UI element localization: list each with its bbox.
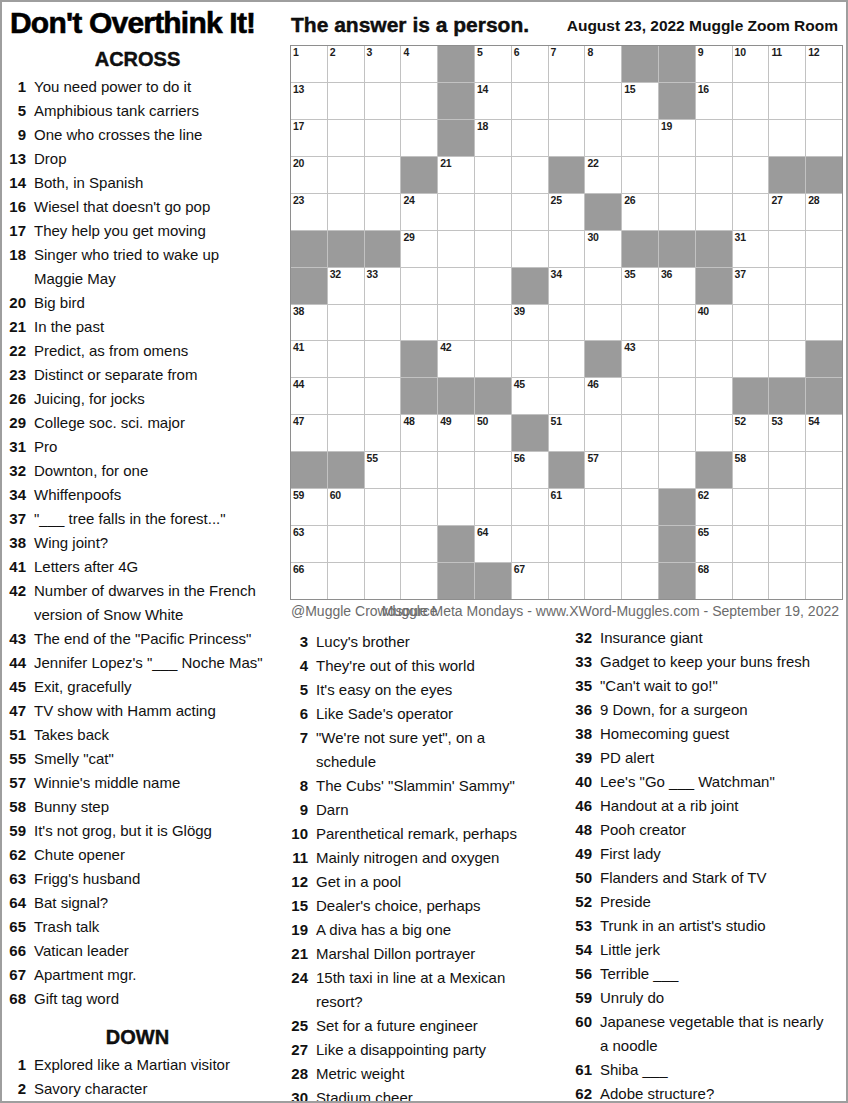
grid-cell-r8c6[interactable] xyxy=(475,305,511,341)
grid-cell-r7c11[interactable]: 36 xyxy=(659,268,695,304)
grid-cell-r14c7[interactable] xyxy=(512,526,548,562)
clue-down-12[interactable]: 12Get in a pool xyxy=(290,870,541,894)
clue-down-25[interactable]: 25Set for a future engineer xyxy=(290,1014,541,1038)
grid-cell-r11c3[interactable] xyxy=(365,415,401,451)
grid-cell-r1c4[interactable]: 4 xyxy=(401,46,437,82)
grid-cell-r8c5[interactable] xyxy=(438,305,474,341)
grid-cell-r5c6[interactable] xyxy=(475,194,511,230)
grid-cell-r4c11[interactable] xyxy=(659,157,695,193)
grid-cell-r13c12[interactable]: 62 xyxy=(696,489,732,525)
grid-cell-r4c2[interactable] xyxy=(328,157,364,193)
grid-cell-r5c10[interactable]: 26 xyxy=(622,194,658,230)
block-cell-r6c2 xyxy=(328,231,364,267)
clue-text: Bat signal? xyxy=(34,891,267,915)
grid-cell-r2c6[interactable]: 14 xyxy=(475,83,511,119)
clue-down-9[interactable]: 9Darn xyxy=(290,798,541,822)
grid-cell-r12c4[interactable] xyxy=(401,452,437,488)
grid-cell-r15c14[interactable] xyxy=(769,563,805,599)
clue-down-7[interactable]: 7"We're not sure yet", on a schedule xyxy=(290,726,541,774)
grid-cell-r5c11[interactable] xyxy=(659,194,695,230)
grid-cell-r1c15[interactable]: 12 xyxy=(806,46,842,82)
grid-cell-r10c9[interactable]: 46 xyxy=(585,378,621,414)
grid-cell-r6c8[interactable] xyxy=(549,231,585,267)
grid-cell-r14c13[interactable] xyxy=(733,526,769,562)
clue-across-43[interactable]: 43The end of the "Pacific Princess" xyxy=(8,627,267,651)
grid-cell-r11c13[interactable]: 52 xyxy=(733,415,769,451)
clue-down-56[interactable]: 56Terrible ___ xyxy=(574,962,828,986)
clue-across-23[interactable]: 23Distinct or separate from xyxy=(8,363,267,387)
clue-down-59[interactable]: 59Unruly do xyxy=(574,986,828,1010)
clue-down-36[interactable]: 369 Down, for a surgeon xyxy=(574,698,828,722)
grid-cell-r7c10[interactable]: 35 xyxy=(622,268,658,304)
clue-across-31[interactable]: 31Pro xyxy=(8,435,267,459)
clue-text: Both, in Spanish xyxy=(34,171,267,195)
grid-cell-r7c14[interactable] xyxy=(769,268,805,304)
grid-cell-r13c9[interactable] xyxy=(585,489,621,525)
grid-cell-r13c7[interactable] xyxy=(512,489,548,525)
grid-cell-r14c14[interactable] xyxy=(769,526,805,562)
grid-cell-r2c8[interactable] xyxy=(549,83,585,119)
clue-across-5[interactable]: 5Amphibious tank carriers xyxy=(8,99,267,123)
cell-number-54: 54 xyxy=(808,416,819,428)
grid-cell-r11c8[interactable]: 51 xyxy=(549,415,585,451)
clue-across-64[interactable]: 64Bat signal? xyxy=(8,891,267,915)
grid-cell-r12c11[interactable] xyxy=(659,452,695,488)
clue-text: 9 Down, for a surgeon xyxy=(600,698,828,722)
grid-cell-r11c5[interactable]: 49 xyxy=(438,415,474,451)
clue-number: 30 xyxy=(290,1086,308,1103)
grid-cell-r8c1[interactable]: 38 xyxy=(291,305,327,341)
clue-number: 19 xyxy=(290,918,308,942)
grid-cell-r2c4[interactable] xyxy=(401,83,437,119)
grid-cell-r9c13[interactable] xyxy=(733,341,769,377)
cell-number-22: 22 xyxy=(587,158,598,170)
grid-cell-r9c7[interactable] xyxy=(512,341,548,377)
cell-number-23: 23 xyxy=(293,195,304,207)
grid-cell-r3c4[interactable] xyxy=(401,120,437,156)
grid-cell-r15c1[interactable]: 66 xyxy=(291,563,327,599)
grid-cell-r5c5[interactable] xyxy=(438,194,474,230)
grid-cell-r9c11[interactable] xyxy=(659,341,695,377)
grid-cell-r13c14[interactable] xyxy=(769,489,805,525)
clue-across-18[interactable]: 18Singer who tried to wake up Maggie May xyxy=(8,243,267,291)
grid-cell-r8c11[interactable] xyxy=(659,305,695,341)
grid-cell-r4c7[interactable] xyxy=(512,157,548,193)
clue-down-54[interactable]: 54Little jerk xyxy=(574,938,828,962)
grid-cell-r2c12[interactable]: 16 xyxy=(696,83,732,119)
grid-cell-r5c2[interactable] xyxy=(328,194,364,230)
clue-down-30[interactable]: 30Stadium cheer xyxy=(290,1086,541,1103)
clue-number: 40 xyxy=(574,770,592,794)
clue-down-5[interactable]: 5It's easy on the eyes xyxy=(290,678,541,702)
grid-cell-r9c10[interactable]: 43 xyxy=(622,341,658,377)
grid-cell-r7c6[interactable] xyxy=(475,268,511,304)
grid-cell-r3c15[interactable] xyxy=(806,120,842,156)
grid-cell-r4c3[interactable] xyxy=(365,157,401,193)
clue-down-32[interactable]: 32Insurance giant xyxy=(574,626,828,650)
grid-cell-r10c8[interactable] xyxy=(549,378,585,414)
grid-cell-r14c1[interactable]: 63 xyxy=(291,526,327,562)
grid-cell-r13c3[interactable] xyxy=(365,489,401,525)
clue-down-21[interactable]: 21Marshal Dillon portrayer xyxy=(290,942,541,966)
grid-cell-r8c4[interactable] xyxy=(401,305,437,341)
grid-cell-r15c9[interactable] xyxy=(585,563,621,599)
grid-cell-r4c9[interactable]: 22 xyxy=(585,157,621,193)
clue-number: 67 xyxy=(8,963,26,987)
grid-cell-r12c10[interactable] xyxy=(622,452,658,488)
grid-cell-r6c4[interactable]: 29 xyxy=(401,231,437,267)
grid-cell-r3c11[interactable]: 19 xyxy=(659,120,695,156)
clue-across-58[interactable]: 58Bunny step xyxy=(8,795,267,819)
grid-cell-r13c10[interactable] xyxy=(622,489,658,525)
clue-text: Explored like a Martian visitor xyxy=(34,1053,267,1077)
grid-cell-r9c5[interactable]: 42 xyxy=(438,341,474,377)
grid-cell-r13c4[interactable] xyxy=(401,489,437,525)
clue-across-22[interactable]: 22Predict, as from omens xyxy=(8,339,267,363)
clue-across-20[interactable]: 20Big bird xyxy=(8,291,267,315)
grid-cell-r13c13[interactable] xyxy=(733,489,769,525)
grid-cell-r8c8[interactable] xyxy=(549,305,585,341)
grid-cell-r10c12[interactable] xyxy=(696,378,732,414)
grid-cell-r9c14[interactable] xyxy=(769,341,805,377)
grid-cell-r9c12[interactable] xyxy=(696,341,732,377)
grid-cell-r13c15[interactable] xyxy=(806,489,842,525)
clue-text: Whiffenpoofs xyxy=(34,483,267,507)
grid-cell-r3c13[interactable] xyxy=(733,120,769,156)
grid-cell-r11c14[interactable]: 53 xyxy=(769,415,805,451)
grid-cell-r12c6[interactable] xyxy=(475,452,511,488)
clue-text: "___ tree falls in the forest..." xyxy=(34,507,267,531)
clue-across-16[interactable]: 16Wiesel that doesn't go pop xyxy=(8,195,267,219)
grid-cell-r2c13[interactable] xyxy=(733,83,769,119)
clue-across-62[interactable]: 62Chute opener xyxy=(8,843,267,867)
grid-cell-r1c14[interactable]: 11 xyxy=(769,46,805,82)
grid-cell-r2c7[interactable] xyxy=(512,83,548,119)
grid-cell-r10c7[interactable]: 45 xyxy=(512,378,548,414)
clue-number: 5 xyxy=(8,99,26,123)
clue-down-50[interactable]: 50Flanders and Stark of TV xyxy=(574,866,828,890)
grid-cell-r4c12[interactable] xyxy=(696,157,732,193)
clue-across-55[interactable]: 55Smelly "cat" xyxy=(8,747,267,771)
clue-down-62[interactable]: 62Adobe structure? xyxy=(574,1082,828,1103)
grid-cell-r5c1[interactable]: 23 xyxy=(291,194,327,230)
grid-cell-r15c15[interactable] xyxy=(806,563,842,599)
clue-text: Downton, for one xyxy=(34,459,267,483)
grid-cell-r8c10[interactable] xyxy=(622,305,658,341)
grid-cell-r13c1[interactable]: 59 xyxy=(291,489,327,525)
clue-down-49[interactable]: 49First lady xyxy=(574,842,828,866)
grid-cell-r14c3[interactable] xyxy=(365,526,401,562)
grid-cell-r11c6[interactable]: 50 xyxy=(475,415,511,451)
clue-across-1[interactable]: 1You need power to do it xyxy=(8,75,267,99)
clue-number: 22 xyxy=(8,339,26,363)
grid-cell-r7c15[interactable] xyxy=(806,268,842,304)
clue-across-34[interactable]: 34Whiffenpoofs xyxy=(8,483,267,507)
clue-down-61[interactable]: 61Shiba ___ xyxy=(574,1058,828,1082)
grid-cell-r1c2[interactable]: 2 xyxy=(328,46,364,82)
grid-cell-r9c8[interactable] xyxy=(549,341,585,377)
grid-cell-r2c9[interactable] xyxy=(585,83,621,119)
clue-down-1[interactable]: 1Explored like a Martian visitor xyxy=(8,1053,267,1077)
grid-cell-r12c14[interactable] xyxy=(769,452,805,488)
grid-cell-r1c8[interactable]: 7 xyxy=(549,46,585,82)
grid-cell-r14c4[interactable] xyxy=(401,526,437,562)
clue-down-19[interactable]: 19A diva has a big one xyxy=(290,918,541,942)
clue-down-53[interactable]: 53Trunk in an artist's studio xyxy=(574,914,828,938)
clue-text: Flanders and Stark of TV xyxy=(600,866,828,890)
grid-cell-r14c9[interactable] xyxy=(585,526,621,562)
grid-cell-r10c3[interactable] xyxy=(365,378,401,414)
clue-down-28[interactable]: 28Metric weight xyxy=(290,1062,541,1086)
grid-cell-r13c8[interactable]: 61 xyxy=(549,489,585,525)
grid-cell-r2c10[interactable]: 15 xyxy=(622,83,658,119)
grid-cell-r7c13[interactable]: 37 xyxy=(733,268,769,304)
grid-cell-r8c3[interactable] xyxy=(365,305,401,341)
grid-cell-r11c10[interactable] xyxy=(622,415,658,451)
grid-cell-r11c9[interactable] xyxy=(585,415,621,451)
grid-cell-r12c5[interactable] xyxy=(438,452,474,488)
clue-number: 32 xyxy=(8,459,26,483)
grid-cell-r11c4[interactable]: 48 xyxy=(401,415,437,451)
clue-across-13[interactable]: 13Drop xyxy=(8,147,267,171)
cell-number-10: 10 xyxy=(735,47,746,59)
grid-cell-r6c15[interactable] xyxy=(806,231,842,267)
grid-cell-r14c6[interactable]: 64 xyxy=(475,526,511,562)
block-cell-r12c12 xyxy=(696,452,732,488)
clue-text: The end of the "Pacific Princess" xyxy=(34,627,267,651)
clue-across-37[interactable]: 37"___ tree falls in the forest..." xyxy=(8,507,267,531)
grid-cell-r14c10[interactable] xyxy=(622,526,658,562)
clue-across-38[interactable]: 38Wing joint? xyxy=(8,531,267,555)
grid-cell-r10c2[interactable] xyxy=(328,378,364,414)
grid-cell-r14c8[interactable] xyxy=(549,526,585,562)
clue-down-60[interactable]: 60Japanese vegetable that is nearly a no… xyxy=(574,1010,828,1058)
grid-cell-r8c14[interactable] xyxy=(769,305,805,341)
clue-down-3[interactable]: 3Lucy's brother xyxy=(290,630,541,654)
clue-down-39[interactable]: 39PD alert xyxy=(574,746,828,770)
clue-down-38[interactable]: 38Homecoming guest xyxy=(574,722,828,746)
clue-across-67[interactable]: 67Apartment mgr. xyxy=(8,963,267,987)
grid-cell-r6c9[interactable]: 30 xyxy=(585,231,621,267)
grid-cell-r12c3[interactable]: 55 xyxy=(365,452,401,488)
grid-cell-r8c7[interactable]: 39 xyxy=(512,305,548,341)
clue-across-57[interactable]: 57Winnie's middle name xyxy=(8,771,267,795)
clue-across-51[interactable]: 51Takes back xyxy=(8,723,267,747)
cell-number-30: 30 xyxy=(587,232,598,244)
grid-cell-r1c12[interactable]: 9 xyxy=(696,46,732,82)
grid-cell-r7c4[interactable] xyxy=(401,268,437,304)
down-clue-list-right: 32Insurance giant33Gadget to keep your b… xyxy=(574,626,828,1103)
clue-across-26[interactable]: 26Juicing, for jocks xyxy=(8,387,267,411)
cell-number-43: 43 xyxy=(624,342,635,354)
grid-cell-r6c14[interactable] xyxy=(769,231,805,267)
clue-down-15[interactable]: 15Dealer's choice, perhaps xyxy=(290,894,541,918)
grid-cell-r10c11[interactable] xyxy=(659,378,695,414)
grid-cell-r15c7[interactable]: 67 xyxy=(512,563,548,599)
grid-cell-r10c10[interactable] xyxy=(622,378,658,414)
grid-cell-r1c1[interactable]: 1 xyxy=(291,46,327,82)
grid-cell-r3c8[interactable] xyxy=(549,120,585,156)
clue-down-48[interactable]: 48Pooh creator xyxy=(574,818,828,842)
grid-cell-r3c9[interactable] xyxy=(585,120,621,156)
cell-number-18: 18 xyxy=(477,121,488,133)
grid-cell-r5c3[interactable] xyxy=(365,194,401,230)
grid-cell-r1c9[interactable]: 8 xyxy=(585,46,621,82)
grid-cell-r13c2[interactable]: 60 xyxy=(328,489,364,525)
clue-across-9[interactable]: 9One who crosses the line xyxy=(8,123,267,147)
grid-cell-r3c7[interactable] xyxy=(512,120,548,156)
grid-cell-r3c14[interactable] xyxy=(769,120,805,156)
clue-across-42[interactable]: 42Number of dwarves in the French versio… xyxy=(8,579,267,627)
grid-cell-r15c3[interactable] xyxy=(365,563,401,599)
clue-across-45[interactable]: 45Exit, gracefully xyxy=(8,675,267,699)
grid-cell-r15c12[interactable]: 68 xyxy=(696,563,732,599)
clue-across-59[interactable]: 59It's not grog, but it is Glögg xyxy=(8,819,267,843)
grid-cell-r11c11[interactable] xyxy=(659,415,695,451)
grid-cell-r1c6[interactable]: 5 xyxy=(475,46,511,82)
grid-cell-r3c3[interactable] xyxy=(365,120,401,156)
clue-text: PD alert xyxy=(600,746,828,770)
grid-cell-r15c13[interactable] xyxy=(733,563,769,599)
grid-cell-r5c12[interactable] xyxy=(696,194,732,230)
grid-cell-r6c5[interactable] xyxy=(438,231,474,267)
grid-cell-r3c2[interactable] xyxy=(328,120,364,156)
grid-cell-r14c15[interactable] xyxy=(806,526,842,562)
grid-cell-r7c8[interactable]: 34 xyxy=(549,268,585,304)
clue-number: 14 xyxy=(8,171,26,195)
grid-cell-r12c7[interactable]: 56 xyxy=(512,452,548,488)
clue-down-4[interactable]: 4They're out of this world xyxy=(290,654,541,678)
grid-cell-r2c2[interactable] xyxy=(328,83,364,119)
grid-cell-r7c5[interactable] xyxy=(438,268,474,304)
grid-cell-r6c6[interactable] xyxy=(475,231,511,267)
grid-cell-r15c4[interactable] xyxy=(401,563,437,599)
clue-down-46[interactable]: 46Handout at a rib joint xyxy=(574,794,828,818)
clue-text: First lady xyxy=(600,842,828,866)
grid-cell-r4c1[interactable]: 20 xyxy=(291,157,327,193)
grid-cell-r2c14[interactable] xyxy=(769,83,805,119)
cell-number-46: 46 xyxy=(587,379,598,391)
clue-across-21[interactable]: 21In the past xyxy=(8,315,267,339)
clue-down-6[interactable]: 6Like Sade's operator xyxy=(290,702,541,726)
clue-text: Adobe structure? xyxy=(600,1082,828,1103)
grid-cell-r3c1[interactable]: 17 xyxy=(291,120,327,156)
clue-number: 35 xyxy=(574,674,592,698)
grid-cell-r14c12[interactable]: 65 xyxy=(696,526,732,562)
grid-cell-r4c5[interactable]: 21 xyxy=(438,157,474,193)
clue-down-10[interactable]: 10Parenthetical remark, perhaps xyxy=(290,822,541,846)
grid-cell-r4c13[interactable] xyxy=(733,157,769,193)
grid-cell-r8c2[interactable] xyxy=(328,305,364,341)
grid-cell-r5c15[interactable]: 28 xyxy=(806,194,842,230)
clue-down-11[interactable]: 11Mainly nitrogen and oxygen xyxy=(290,846,541,870)
clue-text: Number of dwarves in the French version … xyxy=(34,579,267,627)
grid-cell-r6c13[interactable]: 31 xyxy=(733,231,769,267)
grid-cell-r9c2[interactable] xyxy=(328,341,364,377)
clue-down-40[interactable]: 40Lee's "Go ___ Watchman" xyxy=(574,770,828,794)
grid-cell-r1c7[interactable]: 6 xyxy=(512,46,548,82)
grid-cell-r7c9[interactable] xyxy=(585,268,621,304)
grid-cell-r8c9[interactable] xyxy=(585,305,621,341)
grid-cell-r9c6[interactable] xyxy=(475,341,511,377)
grid-cell-r6c7[interactable] xyxy=(512,231,548,267)
grid-cell-r5c7[interactable] xyxy=(512,194,548,230)
grid-cell-r12c9[interactable]: 57 xyxy=(585,452,621,488)
grid-cell-r13c6[interactable] xyxy=(475,489,511,525)
grid-cell-r5c14[interactable]: 27 xyxy=(769,194,805,230)
grid-cell-r10c1[interactable]: 44 xyxy=(291,378,327,414)
grid-cell-r7c3[interactable]: 33 xyxy=(365,268,401,304)
clue-down-52[interactable]: 52Preside xyxy=(574,890,828,914)
grid-cell-r8c15[interactable] xyxy=(806,305,842,341)
clue-across-63[interactable]: 63Frigg's husband xyxy=(8,867,267,891)
clue-down-35[interactable]: 35"Can't wait to go!" xyxy=(574,674,828,698)
grid-cell-r2c1[interactable]: 13 xyxy=(291,83,327,119)
clue-across-14[interactable]: 14Both, in Spanish xyxy=(8,171,267,195)
block-cell-r13c11 xyxy=(659,489,695,525)
grid-cell-r15c10[interactable] xyxy=(622,563,658,599)
clue-down-8[interactable]: 8The Cubs' "Slammin' Sammy" xyxy=(290,774,541,798)
grid-cell-r5c4[interactable]: 24 xyxy=(401,194,437,230)
grid-cell-r11c2[interactable] xyxy=(328,415,364,451)
clue-across-66[interactable]: 66Vatican leader xyxy=(8,939,267,963)
clue-across-65[interactable]: 65Trash talk xyxy=(8,915,267,939)
grid-cell-r12c15[interactable] xyxy=(806,452,842,488)
grid-cell-r12c13[interactable]: 58 xyxy=(733,452,769,488)
clue-across-68[interactable]: 68Gift tag word xyxy=(8,987,267,1011)
grid-cell-r8c13[interactable] xyxy=(733,305,769,341)
clue-across-29[interactable]: 29College soc. sci. major xyxy=(8,411,267,435)
clue-across-32[interactable]: 32Downton, for one xyxy=(8,459,267,483)
clue-down-27[interactable]: 27Like a disappointing party xyxy=(290,1038,541,1062)
grid-cell-r9c3[interactable] xyxy=(365,341,401,377)
grid-cell-r4c6[interactable] xyxy=(475,157,511,193)
clue-across-47[interactable]: 47TV show with Hamm acting xyxy=(8,699,267,723)
clue-across-17[interactable]: 17They help you get moving xyxy=(8,219,267,243)
grid-cell-r9c1[interactable]: 41 xyxy=(291,341,327,377)
grid-cell-r5c8[interactable]: 25 xyxy=(549,194,585,230)
grid-cell-r3c6[interactable]: 18 xyxy=(475,120,511,156)
grid-cell-r11c12[interactable] xyxy=(696,415,732,451)
grid-cell-r5c13[interactable] xyxy=(733,194,769,230)
grid-cell-r1c3[interactable]: 3 xyxy=(365,46,401,82)
clue-number: 25 xyxy=(290,1014,308,1038)
clue-down-2[interactable]: 2Savory character xyxy=(8,1077,267,1101)
grid-cell-r15c8[interactable] xyxy=(549,563,585,599)
clue-across-44[interactable]: 44Jennifer Lopez's "___ Noche Mas" xyxy=(8,651,267,675)
puzzle-date-label: August 23, 2022 Muggle Zoom Room xyxy=(567,17,838,35)
grid-cell-r3c10[interactable] xyxy=(622,120,658,156)
grid-cell-r4c10[interactable] xyxy=(622,157,658,193)
clue-across-41[interactable]: 41Letters after 4G xyxy=(8,555,267,579)
clue-down-33[interactable]: 33Gadget to keep your buns fresh xyxy=(574,650,828,674)
cell-number-64: 64 xyxy=(477,527,488,539)
clue-number: 7 xyxy=(290,726,308,774)
grid-cell-r11c1[interactable]: 47 xyxy=(291,415,327,451)
grid-cell-r14c2[interactable] xyxy=(328,526,364,562)
grid-cell-r2c15[interactable] xyxy=(806,83,842,119)
cell-number-62: 62 xyxy=(698,490,709,502)
grid-cell-r1c13[interactable]: 10 xyxy=(733,46,769,82)
grid-cell-r7c2[interactable]: 32 xyxy=(328,268,364,304)
grid-cell-r8c12[interactable]: 40 xyxy=(696,305,732,341)
grid-cell-r2c3[interactable] xyxy=(365,83,401,119)
grid-cell-r11c15[interactable]: 54 xyxy=(806,415,842,451)
grid-cell-r3c12[interactable] xyxy=(696,120,732,156)
grid-cell-r13c5[interactable] xyxy=(438,489,474,525)
clue-down-24[interactable]: 2415th taxi in line at a Mexican resort? xyxy=(290,966,541,1014)
grid-cell-r15c2[interactable] xyxy=(328,563,364,599)
